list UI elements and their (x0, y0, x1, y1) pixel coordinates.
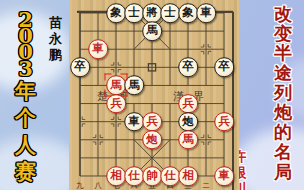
piece-black-soldier[interactable]: 卒 (214, 58, 234, 78)
event-title: 2003年个人赛 (15, 12, 36, 185)
piece-red-soldier[interactable]: 兵 (214, 112, 234, 132)
piece-red-chariot[interactable]: 車 (88, 39, 108, 59)
piece-red-elephant[interactable]: 相 (178, 166, 198, 186)
piece-red-advisor[interactable]: 仕 (160, 166, 180, 186)
piece-black-cannon[interactable]: 炮 (178, 112, 198, 132)
piece-black-elephant[interactable]: 象 (178, 3, 198, 23)
piece-red-horse[interactable]: 馬 (106, 76, 126, 96)
piece-black-elephant[interactable]: 象 (106, 3, 126, 23)
pieces-layer: 象士將士象車馬車卒卒卒馬馬兵兵車兵炮兵炮馬相仕帥仕相車 (69, 0, 239, 190)
video-frame: 2003年个人赛 苗永鹏 改变半途列炮的名局 许银川 楚河 漢界 九八七六五四三… (0, 0, 304, 190)
xiangqi-board[interactable]: 楚河 漢界 九八七六五四三二一 象士將士象車馬車卒卒卒馬馬兵兵車兵炮兵炮馬相仕帥… (69, 0, 239, 190)
piece-black-general[interactable]: 將 (142, 3, 162, 23)
piece-red-soldier[interactable]: 兵 (142, 112, 162, 132)
piece-red-soldier[interactable]: 兵 (106, 94, 126, 114)
piece-black-chariot[interactable]: 車 (196, 3, 216, 23)
piece-red-advisor[interactable]: 仕 (124, 166, 144, 186)
piece-red-chariot[interactable]: 車 (214, 166, 234, 186)
piece-black-soldier[interactable]: 卒 (70, 58, 90, 78)
piece-black-advisor[interactable]: 士 (160, 3, 180, 23)
piece-red-general[interactable]: 帥 (142, 166, 162, 186)
piece-black-horse[interactable]: 馬 (142, 21, 162, 41)
piece-black-horse[interactable]: 馬 (124, 76, 144, 96)
piece-red-soldier[interactable]: 兵 (178, 94, 198, 114)
piece-black-advisor[interactable]: 士 (124, 3, 144, 23)
piece-red-horse[interactable]: 馬 (178, 130, 198, 150)
piece-red-elephant[interactable]: 相 (106, 166, 126, 186)
episode-title: 改变半途列炮的名局 (274, 4, 292, 181)
piece-black-chariot[interactable]: 車 (124, 112, 144, 132)
black-player-name: 苗永鹏 (49, 15, 62, 63)
piece-black-soldier[interactable]: 卒 (178, 58, 198, 78)
piece-red-cannon[interactable]: 炮 (142, 130, 162, 150)
